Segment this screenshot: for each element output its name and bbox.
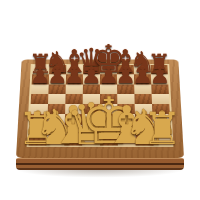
- square-f5: [117, 94, 134, 104]
- square-h8: [151, 65, 168, 75]
- square-f6: [117, 84, 134, 94]
- square-g2: [135, 124, 153, 134]
- square-e3: [100, 114, 118, 124]
- board-grid: [27, 64, 174, 147]
- square-f1: [118, 135, 136, 146]
- square-g4: [135, 104, 153, 114]
- square-c6: [66, 84, 83, 94]
- square-f7: [117, 74, 134, 84]
- square-d5: [83, 94, 100, 104]
- square-d3: [82, 114, 100, 124]
- photo-background: ♜♞♝♛♚♝♞♜♟♟♟♟♟♟♟♟♟♟♟♟♟♟♟♟♜♞♝♛♚♝♞♜: [0, 0, 200, 200]
- square-a1: [29, 135, 47, 146]
- square-e8: [100, 65, 117, 75]
- square-e2: [100, 124, 118, 134]
- square-g3: [135, 114, 153, 124]
- square-f8: [117, 65, 134, 75]
- square-b5: [48, 94, 66, 104]
- square-d8: [83, 65, 100, 75]
- board-front-edge: [16, 158, 184, 170]
- square-a2: [29, 124, 47, 134]
- square-h4: [152, 104, 170, 114]
- square-h3: [152, 114, 170, 124]
- square-c8: [66, 65, 83, 75]
- square-c3: [65, 114, 83, 124]
- square-f2: [118, 124, 136, 134]
- square-h7: [151, 74, 168, 84]
- square-d2: [82, 124, 100, 134]
- square-a8: [32, 65, 49, 75]
- square-d4: [83, 104, 100, 114]
- square-b4: [48, 104, 66, 114]
- square-g8: [134, 65, 151, 75]
- square-d6: [83, 84, 100, 94]
- square-d1: [82, 135, 100, 146]
- square-a4: [30, 104, 48, 114]
- square-b2: [47, 124, 65, 134]
- square-c1: [64, 135, 82, 146]
- chessboard: [16, 59, 184, 158]
- square-c2: [65, 124, 83, 134]
- square-e4: [100, 104, 117, 114]
- square-c7: [66, 74, 83, 84]
- square-b7: [49, 74, 66, 84]
- square-h6: [151, 84, 169, 94]
- square-f4: [117, 104, 135, 114]
- square-g7: [134, 74, 151, 84]
- square-b6: [48, 84, 65, 94]
- square-a3: [30, 114, 48, 124]
- square-e1: [100, 135, 118, 146]
- square-e5: [100, 94, 117, 104]
- square-c4: [65, 104, 83, 114]
- square-b1: [46, 135, 64, 146]
- square-b3: [47, 114, 65, 124]
- square-c5: [65, 94, 82, 104]
- square-d7: [83, 74, 100, 84]
- square-h2: [153, 124, 171, 134]
- square-f3: [117, 114, 135, 124]
- square-g5: [134, 94, 152, 104]
- square-h5: [152, 94, 170, 104]
- square-b8: [49, 65, 66, 75]
- square-g1: [135, 135, 153, 146]
- square-a5: [31, 94, 49, 104]
- square-a7: [32, 74, 49, 84]
- square-a6: [31, 84, 49, 94]
- square-e7: [100, 74, 117, 84]
- square-g6: [134, 84, 151, 94]
- square-e6: [100, 84, 117, 94]
- square-h1: [153, 135, 171, 146]
